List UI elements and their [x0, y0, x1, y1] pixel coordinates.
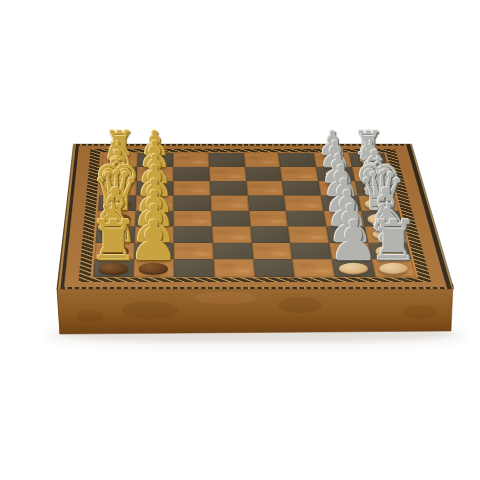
- piece-wood-base: [99, 263, 128, 275]
- piece-wood-base: [139, 263, 168, 275]
- piece-black-pawn-a7[interactable]: ♟: [329, 212, 379, 274]
- chess-piece-glyph: ♜: [88, 212, 138, 268]
- chess-piece-glyph: ♟: [329, 212, 379, 268]
- pieces-layer: ♜♞♝♛♚♝♞♜♟♟♟♟♟♟♟♟♟♟♟♟♟♟♟♟♜♞♝♛♚♝♞♜: [0, 0, 480, 480]
- piece-wood-base: [379, 263, 408, 275]
- piece-wood-base: [339, 263, 368, 275]
- product-photo-stage: ♜♞♝♛♚♝♞♜♟♟♟♟♟♟♟♟♟♟♟♟♟♟♟♟♜♞♝♛♚♝♞♜: [0, 0, 480, 480]
- piece-white-rook-a1[interactable]: ♜: [88, 212, 138, 274]
